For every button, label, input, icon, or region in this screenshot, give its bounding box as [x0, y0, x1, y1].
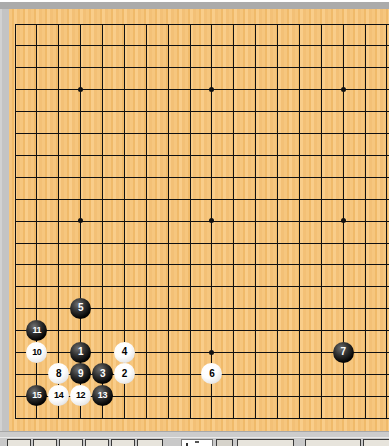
go-board[interactable]: 123456789101112131415: [9, 9, 389, 431]
star-point-16-10: [341, 218, 346, 223]
toolbar-button-3[interactable]: [363, 439, 389, 446]
grid-line-horizontal-1: [15, 24, 389, 25]
stone-move-number: 1: [78, 347, 83, 357]
stone-move-number: 15: [32, 391, 41, 400]
stone-black-move-7: 7: [333, 342, 354, 363]
grid-line-horizontal-13: [15, 286, 389, 287]
stone-black-move-15: 15: [26, 385, 47, 406]
stone-black-move-11: 11: [26, 320, 47, 341]
grid-line-horizontal-7: [15, 155, 389, 156]
grid-line-horizontal-15: [15, 330, 389, 331]
star-point-10-4: [209, 87, 214, 92]
stone-black-move-9: 9: [70, 363, 91, 384]
nav-button-2[interactable]: [33, 439, 57, 446]
grid-line-horizontal-4: [15, 89, 389, 90]
dropdown-button[interactable]: [216, 439, 233, 446]
stone-move-number: 7: [341, 347, 346, 357]
nav-button-1[interactable]: [7, 439, 31, 446]
field-content-fragment-2: [195, 441, 199, 443]
stone-black-move-1: 1: [70, 342, 91, 363]
star-point-4-4: [78, 87, 83, 92]
stone-white-move-4: 4: [114, 342, 135, 363]
grid-line-horizontal-19: [15, 418, 389, 419]
grid-line-horizontal-12: [15, 264, 389, 265]
nav-button-3[interactable]: [59, 439, 83, 446]
stone-move-number: 11: [32, 326, 41, 335]
stone-black-move-13: 13: [92, 385, 113, 406]
grid-line-horizontal-8: [15, 177, 389, 178]
stone-white-move-6: 6: [201, 363, 222, 384]
stone-move-number: 13: [98, 391, 107, 400]
stone-move-number: 2: [122, 369, 127, 379]
star-point-10-10: [209, 218, 214, 223]
grid-line-horizontal-11: [15, 243, 389, 244]
grid-line-horizontal-9: [15, 199, 389, 200]
grid-line-horizontal-10: [15, 221, 389, 222]
stone-move-number: 8: [56, 369, 61, 379]
move-number-field[interactable]: [181, 439, 213, 446]
nav-button-6[interactable]: [137, 439, 163, 446]
star-point-16-4: [341, 87, 346, 92]
toolbar-button-2[interactable]: [305, 439, 361, 446]
stone-white-move-8: 8: [48, 363, 69, 384]
go-viewer-window: 123456789101112131415: [0, 0, 389, 446]
grid-line-horizontal-2: [15, 45, 389, 46]
grid-line-horizontal-6: [15, 133, 389, 134]
stone-move-number: 14: [54, 391, 63, 400]
stone-move-number: 10: [32, 348, 41, 357]
stone-move-number: 12: [76, 391, 85, 400]
stone-white-move-10: 10: [26, 342, 47, 363]
nav-button-4[interactable]: [85, 439, 109, 446]
stone-black-move-5: 5: [70, 298, 91, 319]
stone-move-number: 9: [78, 369, 83, 379]
grid-line-horizontal-3: [15, 67, 389, 68]
star-point-10-16: [209, 350, 214, 355]
window-top-edge: [0, 0, 389, 9]
stone-white-move-12: 12: [70, 385, 91, 406]
stone-move-number: 4: [122, 347, 127, 357]
stone-move-number: 5: [78, 303, 83, 313]
stone-move-number: 3: [100, 369, 105, 379]
panel-left-margin: [0, 9, 9, 431]
stone-move-number: 6: [209, 369, 214, 379]
toolbar-button-1[interactable]: [237, 439, 294, 446]
stone-black-move-3: 3: [92, 363, 113, 384]
star-point-4-10: [78, 218, 83, 223]
nav-button-5[interactable]: [111, 439, 135, 446]
stone-white-move-14: 14: [48, 385, 69, 406]
grid-line-horizontal-5: [15, 111, 389, 112]
stone-white-move-2: 2: [114, 363, 135, 384]
